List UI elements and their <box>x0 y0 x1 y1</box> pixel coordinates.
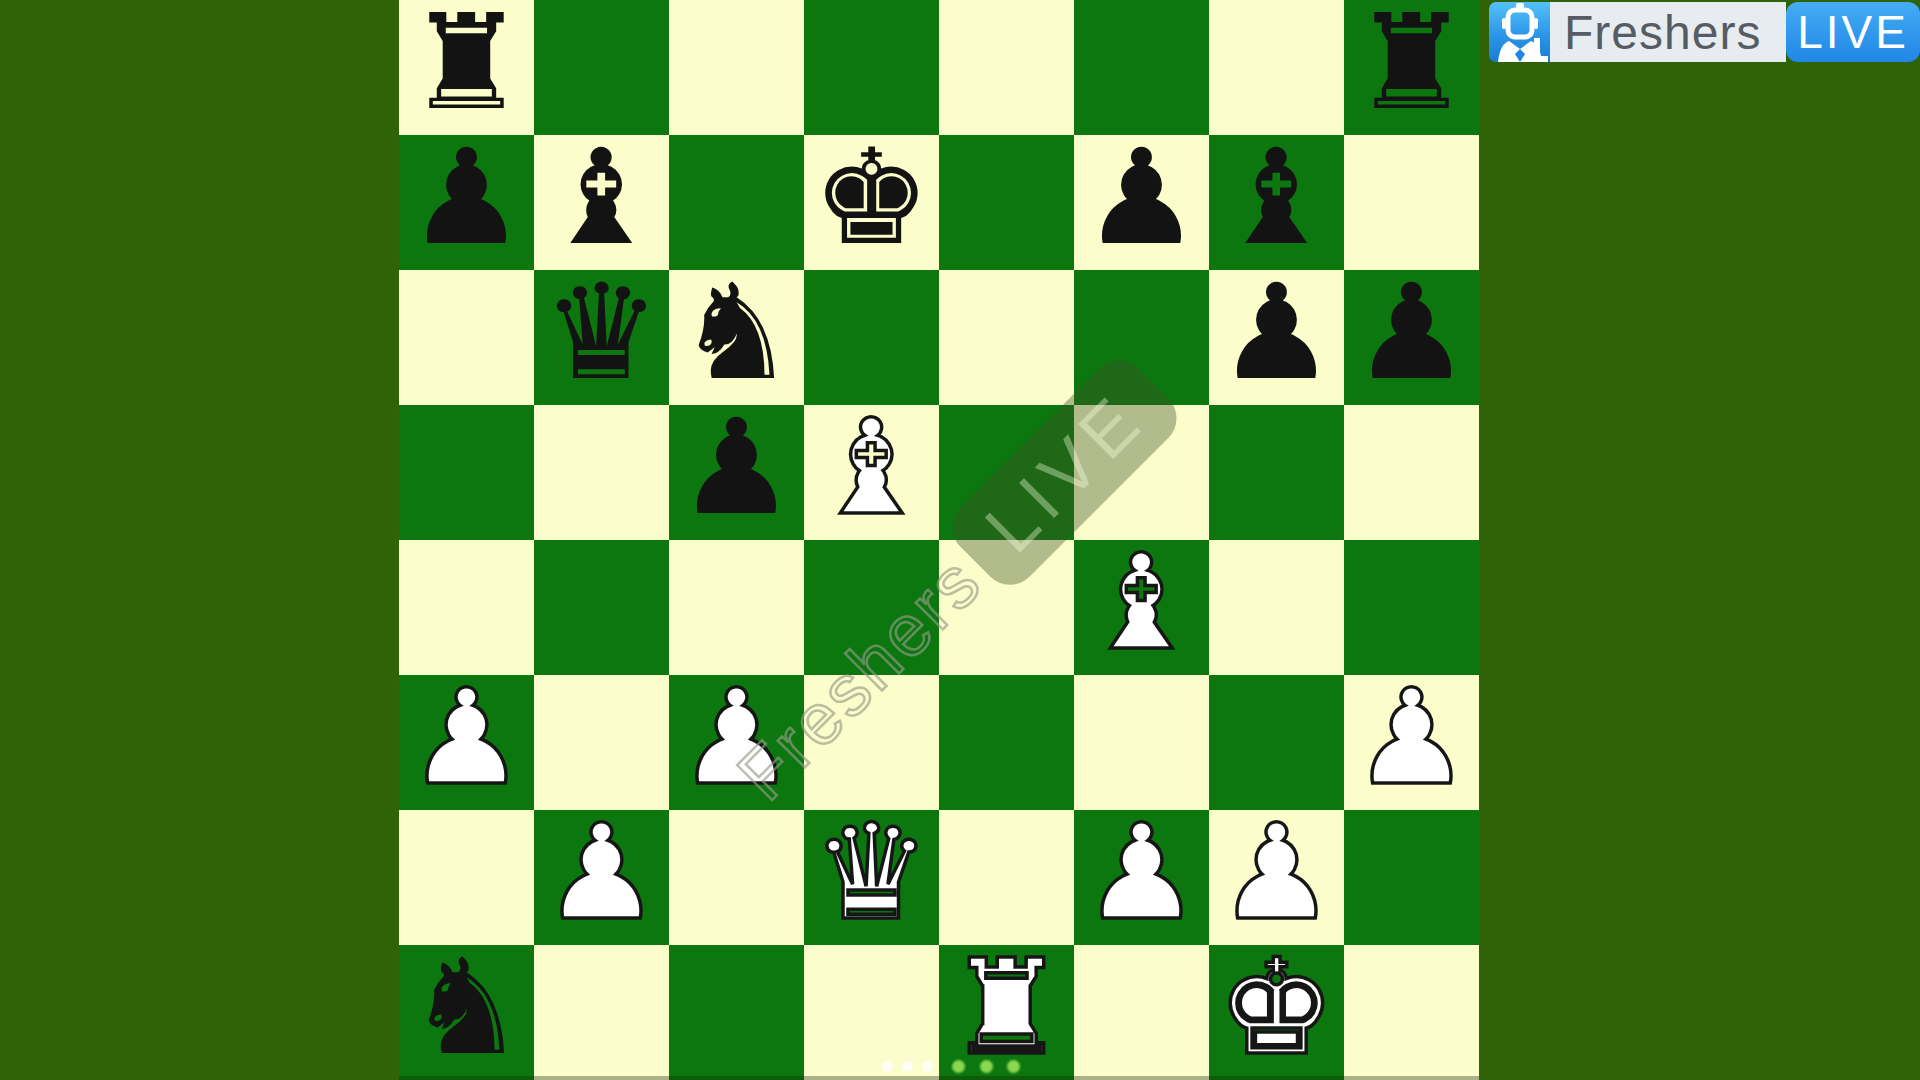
square-c4[interactable] <box>669 540 804 675</box>
piece-black-pawn-c5: ♟ <box>677 400 795 535</box>
square-g6[interactable]: ♟ <box>1209 270 1344 405</box>
square-a4[interactable] <box>399 540 534 675</box>
square-a3[interactable]: ♟ <box>399 675 534 810</box>
square-e4[interactable] <box>939 540 1074 675</box>
page: { "game": "chess", "position": { "fen": … <box>0 0 1920 1080</box>
piece-black-bishop-b7: ♝ <box>542 130 660 265</box>
square-f1[interactable] <box>1074 945 1209 1080</box>
square-h7[interactable] <box>1344 135 1479 270</box>
piece-white-pawn-f2: ♟ <box>1082 805 1200 940</box>
square-c8[interactable] <box>669 0 804 135</box>
square-e2[interactable] <box>939 810 1074 945</box>
square-c6[interactable]: ♞ <box>669 270 804 405</box>
square-b3[interactable] <box>534 675 669 810</box>
square-d3[interactable] <box>804 675 939 810</box>
square-b6[interactable]: ♛ <box>534 270 669 405</box>
carousel-dot-green-2 <box>980 1060 993 1073</box>
square-d7[interactable]: ♚ <box>804 135 939 270</box>
carousel-dot-green-3 <box>1007 1060 1020 1073</box>
square-e3[interactable] <box>939 675 1074 810</box>
square-a7[interactable]: ♟ <box>399 135 534 270</box>
square-h2[interactable] <box>1344 810 1479 945</box>
square-g2[interactable]: ♟ <box>1209 810 1344 945</box>
square-h4[interactable] <box>1344 540 1479 675</box>
logo-brand-text: Freshers <box>1564 5 1761 60</box>
piece-black-knight-a1: ♞ <box>407 940 525 1075</box>
piece-black-rook-a8: ♜ <box>407 0 525 130</box>
piece-white-pawn-b2: ♟ <box>542 805 660 940</box>
square-e6[interactable] <box>939 270 1074 405</box>
person-icon <box>1489 2 1550 62</box>
square-b1[interactable] <box>534 945 669 1080</box>
square-h6[interactable]: ♟ <box>1344 270 1479 405</box>
square-b7[interactable]: ♝ <box>534 135 669 270</box>
square-d8[interactable] <box>804 0 939 135</box>
square-g3[interactable] <box>1209 675 1344 810</box>
square-g5[interactable] <box>1209 405 1344 540</box>
square-a8[interactable]: ♜ <box>399 0 534 135</box>
square-f2[interactable]: ♟ <box>1074 810 1209 945</box>
square-d6[interactable] <box>804 270 939 405</box>
piece-white-bishop-f4: ♝ <box>1082 535 1200 670</box>
square-a1[interactable]: ♞ <box>399 945 534 1080</box>
piece-white-pawn-h3: ♟ <box>1352 670 1470 805</box>
piece-black-rook-h8: ♜ <box>1352 0 1470 130</box>
square-c5[interactable]: ♟ <box>669 405 804 540</box>
piece-black-pawn-h6: ♟ <box>1352 265 1470 400</box>
piece-black-pawn-g6: ♟ <box>1217 265 1335 400</box>
piece-black-bishop-g7: ♝ <box>1217 130 1335 265</box>
square-b5[interactable] <box>534 405 669 540</box>
logo-strip: Freshers <box>1550 2 1786 62</box>
square-c7[interactable] <box>669 135 804 270</box>
square-g1[interactable]: ♚ <box>1209 945 1344 1080</box>
square-b2[interactable]: ♟ <box>534 810 669 945</box>
square-f3[interactable] <box>1074 675 1209 810</box>
square-e8[interactable] <box>939 0 1074 135</box>
square-a2[interactable] <box>399 810 534 945</box>
carousel-dot-white-3 <box>922 1061 933 1072</box>
square-b8[interactable] <box>534 0 669 135</box>
piece-black-king-d7: ♚ <box>812 130 930 265</box>
piece-black-queen-b6: ♛ <box>542 265 660 400</box>
square-g8[interactable] <box>1209 0 1344 135</box>
person-icon-glyph <box>1489 2 1550 62</box>
square-f8[interactable] <box>1074 0 1209 135</box>
piece-white-pawn-c3: ♟ <box>677 670 795 805</box>
carousel-dot-green-1 <box>952 1060 965 1073</box>
square-c2[interactable] <box>669 810 804 945</box>
square-d5[interactable]: ♝ <box>804 405 939 540</box>
piece-white-bishop-d5: ♝ <box>812 400 930 535</box>
square-c1[interactable] <box>669 945 804 1080</box>
logo-live-badge: LIVE <box>1786 2 1920 62</box>
square-g7[interactable]: ♝ <box>1209 135 1344 270</box>
square-f6[interactable] <box>1074 270 1209 405</box>
piece-white-pawn-g2: ♟ <box>1217 805 1335 940</box>
square-c3[interactable]: ♟ <box>669 675 804 810</box>
piece-black-pawn-f7: ♟ <box>1082 130 1200 265</box>
piece-white-king-g1: ♚ <box>1217 940 1335 1075</box>
square-f5[interactable] <box>1074 405 1209 540</box>
piece-black-pawn-a7: ♟ <box>407 130 525 265</box>
piece-white-pawn-a3: ♟ <box>407 670 525 805</box>
square-e7[interactable] <box>939 135 1074 270</box>
carousel-dot-white-1 <box>882 1061 893 1072</box>
square-d4[interactable] <box>804 540 939 675</box>
square-h5[interactable] <box>1344 405 1479 540</box>
square-f7[interactable]: ♟ <box>1074 135 1209 270</box>
square-h3[interactable]: ♟ <box>1344 675 1479 810</box>
board-bottom-shade <box>399 1076 1479 1080</box>
square-d1[interactable] <box>804 945 939 1080</box>
square-a6[interactable] <box>399 270 534 405</box>
square-h1[interactable] <box>1344 945 1479 1080</box>
square-h8[interactable]: ♜ <box>1344 0 1479 135</box>
piece-black-knight-c6: ♞ <box>677 265 795 400</box>
square-a5[interactable] <box>399 405 534 540</box>
freshers-live-logo: Freshers LIVE <box>1489 2 1920 62</box>
square-b4[interactable] <box>534 540 669 675</box>
square-f4[interactable]: ♝ <box>1074 540 1209 675</box>
piece-white-rook-e1: ♜ <box>947 940 1065 1075</box>
chess-board: ♜♜♟♝♚♟♝♛♞♟♟♟♝♝♟♟♟♟♛♟♟♞♜♚ <box>399 0 1479 1080</box>
piece-white-queen-d2: ♛ <box>812 805 930 940</box>
square-g4[interactable] <box>1209 540 1344 675</box>
carousel-dot-white-2 <box>902 1061 913 1072</box>
square-d2[interactable]: ♛ <box>804 810 939 945</box>
square-e5[interactable] <box>939 405 1074 540</box>
